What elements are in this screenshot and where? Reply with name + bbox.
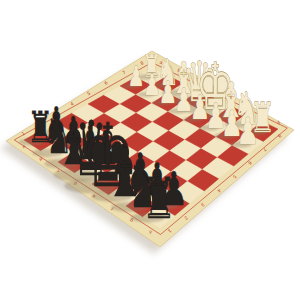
- black-rook[interactable]: ♜: [142, 165, 177, 230]
- product-photo: a11ab22bc33cd44de55ef66fg77gh88h♜♞♟♝♟♛♟♚…: [0, 0, 300, 300]
- white-pawn[interactable]: ♟: [237, 109, 260, 152]
- chessboard: a11ab22bc33cd44de55ef66fg77gh88h♜♞♟♝♟♛♟♚…: [0, 0, 300, 300]
- white-pawn[interactable]: ♟: [127, 60, 144, 93]
